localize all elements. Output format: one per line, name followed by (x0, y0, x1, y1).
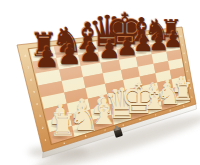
chess-board: aa88bb77cc66dd55ee44ff33gg22hh11 (0, 0, 200, 165)
file-label-far: a (40, 43, 42, 47)
file-label-near: a (63, 141, 65, 145)
rank-label-left: 5 (33, 90, 35, 94)
rank-label-left: 8 (24, 54, 26, 58)
file-label-far: b (63, 40, 65, 44)
rank-label-left: 6 (30, 78, 32, 82)
rank-label-left: 2 (42, 126, 44, 130)
rank-label-left: 4 (36, 102, 38, 106)
rank-label-left: 3 (39, 114, 41, 118)
rank-label-left: 1 (45, 138, 47, 142)
rank-label-left: 7 (27, 66, 29, 70)
file-label-near: b (85, 135, 87, 138)
chess-set-photo[interactable]: aa88bb77cc66dd55ee44ff33gg22hh11 ♜♞♝♛♚♝♞… (0, 0, 200, 165)
